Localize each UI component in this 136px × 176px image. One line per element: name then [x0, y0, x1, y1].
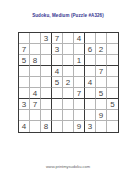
cell-r6c5-empty [63, 88, 74, 99]
cell-r5c5-given: 2 [63, 77, 74, 88]
cell-r8c9-empty [107, 110, 118, 121]
cell-r8c7-empty [85, 110, 96, 121]
cell-r1c6-given: 4 [74, 33, 85, 44]
cell-r3c6-given: 1 [74, 55, 85, 66]
cell-r7c5-empty [63, 99, 74, 110]
cell-r5c3-empty [41, 77, 52, 88]
cell-r8c5-empty [63, 110, 74, 121]
cell-r7c3-empty [41, 99, 52, 110]
cell-r6c3-empty [41, 88, 52, 99]
cell-r5c4-given: 5 [52, 77, 63, 88]
cell-r8c1-empty [19, 110, 30, 121]
cell-r1c1-empty [19, 33, 30, 44]
cell-r3c7-empty [85, 55, 96, 66]
cell-r5c6-empty [74, 77, 85, 88]
cell-r2c3-empty [41, 44, 52, 55]
cell-r6c9-empty [107, 88, 118, 99]
cell-r9c3-given: 8 [41, 121, 52, 132]
cell-r5c7-given: 4 [85, 77, 96, 88]
cell-r7c8-empty [96, 99, 107, 110]
cell-r8c8-given: 9 [96, 110, 107, 121]
cell-r1c7-empty [85, 33, 96, 44]
cell-r9c1-given: 4 [19, 121, 30, 132]
cell-r9c4-empty [52, 121, 63, 132]
cell-r3c9-empty [107, 55, 118, 66]
cell-r1c8-empty [96, 33, 107, 44]
cell-r2c1-given: 7 [19, 44, 30, 55]
cell-r7c1-given: 3 [19, 99, 30, 110]
cell-r7c9-given: 5 [107, 99, 118, 110]
cell-r7c7-empty [85, 99, 96, 110]
cell-r5c2-empty [30, 77, 41, 88]
footer-url: www.printmysudoku.com [0, 164, 136, 169]
cell-r1c5-empty [63, 33, 74, 44]
cell-r3c4-empty [52, 55, 63, 66]
cell-r3c5-empty [63, 55, 74, 66]
cell-r2c2-empty [30, 44, 41, 55]
cell-r3c3-empty [41, 55, 52, 66]
cell-r4c4-given: 4 [52, 66, 63, 77]
cell-r7c2-given: 7 [30, 99, 41, 110]
cell-r4c7-empty [85, 66, 96, 77]
cell-r6c8-given: 5 [96, 88, 107, 99]
cell-r5c8-empty [96, 77, 107, 88]
cell-r3c2-given: 8 [30, 55, 41, 66]
cell-r8c6-empty [74, 110, 85, 121]
cell-r2c5-empty [63, 44, 74, 55]
sudoku-grid: 37473625814752447537594893 [18, 32, 119, 133]
cell-r1c3-given: 3 [41, 33, 52, 44]
cell-r1c2-empty [30, 33, 41, 44]
cell-r4c5-empty [63, 66, 74, 77]
cell-r2c6-empty [74, 44, 85, 55]
cell-r9c6-given: 9 [74, 121, 85, 132]
cell-r9c7-given: 3 [85, 121, 96, 132]
cell-r4c6-empty [74, 66, 85, 77]
cell-r4c9-empty [107, 66, 118, 77]
cell-r6c4-empty [52, 88, 63, 99]
cell-r3c1-given: 5 [19, 55, 30, 66]
cell-r4c1-empty [19, 66, 30, 77]
cell-r4c3-empty [41, 66, 52, 77]
cell-r4c2-empty [30, 66, 41, 77]
cell-r9c2-empty [30, 121, 41, 132]
cell-r6c6-given: 7 [74, 88, 85, 99]
cell-r9c8-empty [96, 121, 107, 132]
cell-r9c5-empty [63, 121, 74, 132]
cell-r1c4-given: 7 [52, 33, 63, 44]
cell-r6c2-given: 4 [30, 88, 41, 99]
cell-r2c9-empty [107, 44, 118, 55]
cell-r5c9-empty [107, 77, 118, 88]
cell-r3c8-empty [96, 55, 107, 66]
cell-r2c7-given: 6 [85, 44, 96, 55]
cell-r4c8-given: 7 [96, 66, 107, 77]
cell-r9c9-empty [107, 121, 118, 132]
cell-r5c1-empty [19, 77, 30, 88]
cell-r6c1-empty [19, 88, 30, 99]
cell-r8c2-empty [30, 110, 41, 121]
cell-r6c7-empty [85, 88, 96, 99]
cell-r8c3-empty [41, 110, 52, 121]
cell-r7c4-empty [52, 99, 63, 110]
cell-r2c4-given: 3 [52, 44, 63, 55]
cell-r2c8-given: 2 [96, 44, 107, 55]
cell-r1c9-empty [107, 33, 118, 44]
page-title: Sudoku, Medium (Puzzle #A326) [0, 13, 136, 18]
cell-r7c6-empty [74, 99, 85, 110]
cell-r8c4-empty [52, 110, 63, 121]
